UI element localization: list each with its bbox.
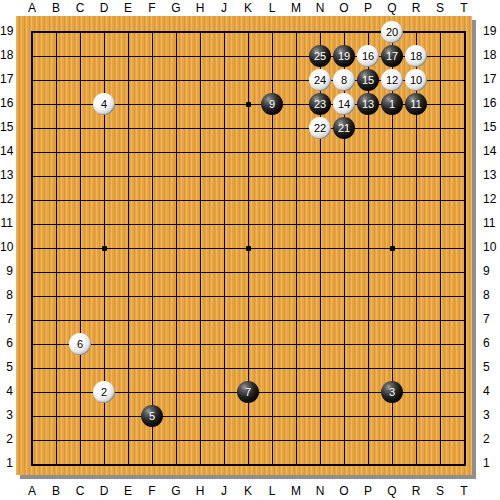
white-stone-N17[interactable]: 24 xyxy=(309,69,331,91)
intersection-T16[interactable] xyxy=(452,92,472,116)
intersection-P8[interactable] xyxy=(356,284,380,308)
intersection-E7[interactable] xyxy=(116,308,140,332)
intersection-T7[interactable] xyxy=(452,308,472,332)
intersection-K17[interactable] xyxy=(236,68,260,92)
intersection-R6[interactable] xyxy=(404,332,428,356)
intersection-G6[interactable] xyxy=(164,332,188,356)
intersection-P15[interactable] xyxy=(356,116,380,140)
intersection-G13[interactable] xyxy=(164,164,188,188)
intersection-G19[interactable] xyxy=(164,20,188,44)
intersection-F14[interactable] xyxy=(140,140,164,164)
intersection-D17[interactable] xyxy=(92,68,116,92)
intersection-F5[interactable] xyxy=(140,356,164,380)
intersection-Q11[interactable] xyxy=(380,212,404,236)
intersection-D6[interactable] xyxy=(92,332,116,356)
intersection-G2[interactable] xyxy=(164,428,188,452)
intersection-F18[interactable] xyxy=(140,44,164,68)
intersection-L3[interactable] xyxy=(260,404,284,428)
intersection-H17[interactable] xyxy=(188,68,212,92)
intersection-E15[interactable] xyxy=(116,116,140,140)
intersection-S15[interactable] xyxy=(428,116,452,140)
intersection-R9[interactable] xyxy=(404,260,428,284)
intersection-K11[interactable] xyxy=(236,212,260,236)
intersection-N19[interactable] xyxy=(308,20,332,44)
intersection-A2[interactable] xyxy=(20,428,44,452)
intersection-P12[interactable] xyxy=(356,188,380,212)
intersection-L13[interactable] xyxy=(260,164,284,188)
intersection-A9[interactable] xyxy=(20,260,44,284)
intersection-Q10[interactable] xyxy=(380,236,404,260)
intersection-K7[interactable] xyxy=(236,308,260,332)
intersection-O18[interactable]: 19 xyxy=(332,44,356,68)
intersection-P13[interactable] xyxy=(356,164,380,188)
intersection-K19[interactable] xyxy=(236,20,260,44)
intersection-K13[interactable] xyxy=(236,164,260,188)
intersection-E18[interactable] xyxy=(116,44,140,68)
intersection-R11[interactable] xyxy=(404,212,428,236)
intersection-N17[interactable]: 24 xyxy=(308,68,332,92)
intersection-D11[interactable] xyxy=(92,212,116,236)
intersection-M5[interactable] xyxy=(284,356,308,380)
intersection-H9[interactable] xyxy=(188,260,212,284)
intersection-M14[interactable] xyxy=(284,140,308,164)
intersection-A1[interactable] xyxy=(20,452,44,475)
intersection-P17[interactable]: 15 xyxy=(356,68,380,92)
intersection-F16[interactable] xyxy=(140,92,164,116)
intersection-F1[interactable] xyxy=(140,452,164,475)
intersection-T18[interactable] xyxy=(452,44,472,68)
intersection-F6[interactable] xyxy=(140,332,164,356)
intersection-O14[interactable] xyxy=(332,140,356,164)
intersection-M16[interactable] xyxy=(284,92,308,116)
intersection-P10[interactable] xyxy=(356,236,380,260)
intersection-G16[interactable] xyxy=(164,92,188,116)
intersection-E12[interactable] xyxy=(116,188,140,212)
intersection-D14[interactable] xyxy=(92,140,116,164)
intersection-E9[interactable] xyxy=(116,260,140,284)
intersection-B16[interactable] xyxy=(44,92,68,116)
intersection-R1[interactable] xyxy=(404,452,428,475)
intersection-R7[interactable] xyxy=(404,308,428,332)
intersection-H2[interactable] xyxy=(188,428,212,452)
intersection-R12[interactable] xyxy=(404,188,428,212)
intersection-C8[interactable] xyxy=(68,284,92,308)
intersection-L15[interactable] xyxy=(260,116,284,140)
intersection-R4[interactable] xyxy=(404,380,428,404)
intersection-A3[interactable] xyxy=(20,404,44,428)
intersection-B1[interactable] xyxy=(44,452,68,475)
intersection-H1[interactable] xyxy=(188,452,212,475)
intersection-O13[interactable] xyxy=(332,164,356,188)
intersection-H16[interactable] xyxy=(188,92,212,116)
intersection-Q4[interactable]: 3 xyxy=(380,380,404,404)
intersection-P19[interactable] xyxy=(356,20,380,44)
intersection-S8[interactable] xyxy=(428,284,452,308)
intersection-S14[interactable] xyxy=(428,140,452,164)
intersection-B11[interactable] xyxy=(44,212,68,236)
intersection-A18[interactable] xyxy=(20,44,44,68)
intersection-G3[interactable] xyxy=(164,404,188,428)
intersection-N13[interactable] xyxy=(308,164,332,188)
intersection-H11[interactable] xyxy=(188,212,212,236)
intersection-R14[interactable] xyxy=(404,140,428,164)
intersection-Q9[interactable] xyxy=(380,260,404,284)
intersection-D5[interactable] xyxy=(92,356,116,380)
intersection-D18[interactable] xyxy=(92,44,116,68)
intersection-E17[interactable] xyxy=(116,68,140,92)
black-stone-Q18[interactable]: 17 xyxy=(381,45,403,67)
intersection-H13[interactable] xyxy=(188,164,212,188)
intersection-C17[interactable] xyxy=(68,68,92,92)
intersection-F15[interactable] xyxy=(140,116,164,140)
intersection-F8[interactable] xyxy=(140,284,164,308)
intersection-N5[interactable] xyxy=(308,356,332,380)
intersection-A13[interactable] xyxy=(20,164,44,188)
intersection-E8[interactable] xyxy=(116,284,140,308)
intersection-S11[interactable] xyxy=(428,212,452,236)
intersection-D2[interactable] xyxy=(92,428,116,452)
intersection-D13[interactable] xyxy=(92,164,116,188)
intersection-S16[interactable] xyxy=(428,92,452,116)
intersection-L7[interactable] xyxy=(260,308,284,332)
white-stone-C6[interactable]: 6 xyxy=(69,333,91,355)
intersection-B6[interactable] xyxy=(44,332,68,356)
intersection-D1[interactable] xyxy=(92,452,116,475)
intersection-R17[interactable]: 10 xyxy=(404,68,428,92)
intersection-N12[interactable] xyxy=(308,188,332,212)
intersection-E10[interactable] xyxy=(116,236,140,260)
black-stone-P17[interactable]: 15 xyxy=(357,69,379,91)
intersection-M13[interactable] xyxy=(284,164,308,188)
intersection-S19[interactable] xyxy=(428,20,452,44)
intersection-E2[interactable] xyxy=(116,428,140,452)
intersection-D12[interactable] xyxy=(92,188,116,212)
intersection-O9[interactable] xyxy=(332,260,356,284)
white-stone-D16[interactable]: 4 xyxy=(93,93,115,115)
intersection-G15[interactable] xyxy=(164,116,188,140)
intersection-B18[interactable] xyxy=(44,44,68,68)
intersection-N14[interactable] xyxy=(308,140,332,164)
intersection-G1[interactable] xyxy=(164,452,188,475)
intersection-T4[interactable] xyxy=(452,380,472,404)
intersection-A19[interactable] xyxy=(20,20,44,44)
intersection-M8[interactable] xyxy=(284,284,308,308)
intersection-O3[interactable] xyxy=(332,404,356,428)
intersection-Q14[interactable] xyxy=(380,140,404,164)
intersection-P7[interactable] xyxy=(356,308,380,332)
intersection-Q18[interactable]: 17 xyxy=(380,44,404,68)
intersection-A11[interactable] xyxy=(20,212,44,236)
intersection-S1[interactable] xyxy=(428,452,452,475)
intersection-F10[interactable] xyxy=(140,236,164,260)
intersection-S3[interactable] xyxy=(428,404,452,428)
intersection-H6[interactable] xyxy=(188,332,212,356)
intersection-K4[interactable]: 7 xyxy=(236,380,260,404)
intersection-R8[interactable] xyxy=(404,284,428,308)
intersection-A16[interactable] xyxy=(20,92,44,116)
intersection-O12[interactable] xyxy=(332,188,356,212)
intersection-G9[interactable] xyxy=(164,260,188,284)
intersection-M3[interactable] xyxy=(284,404,308,428)
intersection-E14[interactable] xyxy=(116,140,140,164)
intersection-K16[interactable] xyxy=(236,92,260,116)
intersection-K18[interactable] xyxy=(236,44,260,68)
intersection-Q6[interactable] xyxy=(380,332,404,356)
intersection-B8[interactable] xyxy=(44,284,68,308)
intersection-H7[interactable] xyxy=(188,308,212,332)
intersection-R19[interactable] xyxy=(404,20,428,44)
intersection-R15[interactable] xyxy=(404,116,428,140)
intersection-L6[interactable] xyxy=(260,332,284,356)
intersection-S13[interactable] xyxy=(428,164,452,188)
intersection-A5[interactable] xyxy=(20,356,44,380)
intersection-B9[interactable] xyxy=(44,260,68,284)
intersection-M10[interactable] xyxy=(284,236,308,260)
intersection-Q15[interactable] xyxy=(380,116,404,140)
intersection-P2[interactable] xyxy=(356,428,380,452)
intersection-J2[interactable] xyxy=(212,428,236,452)
intersection-J6[interactable] xyxy=(212,332,236,356)
intersection-O8[interactable] xyxy=(332,284,356,308)
intersection-S2[interactable] xyxy=(428,428,452,452)
intersection-D15[interactable] xyxy=(92,116,116,140)
intersection-K3[interactable] xyxy=(236,404,260,428)
intersection-B17[interactable] xyxy=(44,68,68,92)
intersection-J1[interactable] xyxy=(212,452,236,475)
intersection-O6[interactable] xyxy=(332,332,356,356)
intersection-C19[interactable] xyxy=(68,20,92,44)
intersection-C11[interactable] xyxy=(68,212,92,236)
intersection-P1[interactable] xyxy=(356,452,380,475)
intersection-E11[interactable] xyxy=(116,212,140,236)
intersection-R5[interactable] xyxy=(404,356,428,380)
intersection-S12[interactable] xyxy=(428,188,452,212)
intersection-S9[interactable] xyxy=(428,260,452,284)
intersection-L8[interactable] xyxy=(260,284,284,308)
black-stone-Q4[interactable]: 3 xyxy=(381,381,403,403)
intersection-O5[interactable] xyxy=(332,356,356,380)
intersection-N16[interactable]: 23 xyxy=(308,92,332,116)
intersection-D8[interactable] xyxy=(92,284,116,308)
intersection-C4[interactable] xyxy=(68,380,92,404)
intersection-L14[interactable] xyxy=(260,140,284,164)
intersection-R2[interactable] xyxy=(404,428,428,452)
intersection-A8[interactable] xyxy=(20,284,44,308)
intersection-O19[interactable] xyxy=(332,20,356,44)
intersection-A17[interactable] xyxy=(20,68,44,92)
intersection-B14[interactable] xyxy=(44,140,68,164)
intersection-J13[interactable] xyxy=(212,164,236,188)
intersection-C2[interactable] xyxy=(68,428,92,452)
intersection-C5[interactable] xyxy=(68,356,92,380)
black-stone-N18[interactable]: 25 xyxy=(309,45,331,67)
intersection-B13[interactable] xyxy=(44,164,68,188)
intersection-N4[interactable] xyxy=(308,380,332,404)
intersection-G4[interactable] xyxy=(164,380,188,404)
intersection-G17[interactable] xyxy=(164,68,188,92)
intersection-H12[interactable] xyxy=(188,188,212,212)
intersection-D9[interactable] xyxy=(92,260,116,284)
white-stone-N15[interactable]: 22 xyxy=(309,117,331,139)
intersection-Q7[interactable] xyxy=(380,308,404,332)
intersection-L2[interactable] xyxy=(260,428,284,452)
intersection-O10[interactable] xyxy=(332,236,356,260)
intersection-K5[interactable] xyxy=(236,356,260,380)
intersection-C6[interactable]: 6 xyxy=(68,332,92,356)
intersection-J14[interactable] xyxy=(212,140,236,164)
intersection-L18[interactable] xyxy=(260,44,284,68)
intersection-T10[interactable] xyxy=(452,236,472,260)
intersection-A4[interactable] xyxy=(20,380,44,404)
intersection-Q3[interactable] xyxy=(380,404,404,428)
intersection-C9[interactable] xyxy=(68,260,92,284)
intersection-J3[interactable] xyxy=(212,404,236,428)
black-stone-Q16[interactable]: 1 xyxy=(381,93,403,115)
intersection-S5[interactable] xyxy=(428,356,452,380)
intersection-B10[interactable] xyxy=(44,236,68,260)
intersection-F7[interactable] xyxy=(140,308,164,332)
intersection-F11[interactable] xyxy=(140,212,164,236)
intersection-C14[interactable] xyxy=(68,140,92,164)
intersection-J12[interactable] xyxy=(212,188,236,212)
intersection-P4[interactable] xyxy=(356,380,380,404)
intersection-B4[interactable] xyxy=(44,380,68,404)
intersection-T5[interactable] xyxy=(452,356,472,380)
black-stone-P16[interactable]: 13 xyxy=(357,93,379,115)
intersection-M17[interactable] xyxy=(284,68,308,92)
intersection-T15[interactable] xyxy=(452,116,472,140)
intersection-D16[interactable]: 4 xyxy=(92,92,116,116)
intersection-Q1[interactable] xyxy=(380,452,404,475)
intersection-E19[interactable] xyxy=(116,20,140,44)
intersection-J5[interactable] xyxy=(212,356,236,380)
intersection-J16[interactable] xyxy=(212,92,236,116)
intersection-C12[interactable] xyxy=(68,188,92,212)
intersection-M9[interactable] xyxy=(284,260,308,284)
intersection-Q5[interactable] xyxy=(380,356,404,380)
intersection-J11[interactable] xyxy=(212,212,236,236)
intersection-R13[interactable] xyxy=(404,164,428,188)
intersection-C13[interactable] xyxy=(68,164,92,188)
intersection-O16[interactable]: 14 xyxy=(332,92,356,116)
intersection-J4[interactable] xyxy=(212,380,236,404)
intersection-T2[interactable] xyxy=(452,428,472,452)
intersection-M2[interactable] xyxy=(284,428,308,452)
intersection-Q19[interactable]: 20 xyxy=(380,20,404,44)
intersection-L4[interactable] xyxy=(260,380,284,404)
intersection-T3[interactable] xyxy=(452,404,472,428)
white-stone-Q17[interactable]: 12 xyxy=(381,69,403,91)
intersection-E13[interactable] xyxy=(116,164,140,188)
intersection-H15[interactable] xyxy=(188,116,212,140)
intersection-M18[interactable] xyxy=(284,44,308,68)
intersection-C15[interactable] xyxy=(68,116,92,140)
intersection-S6[interactable] xyxy=(428,332,452,356)
intersection-B7[interactable] xyxy=(44,308,68,332)
intersection-P3[interactable] xyxy=(356,404,380,428)
intersection-M6[interactable] xyxy=(284,332,308,356)
intersection-F12[interactable] xyxy=(140,188,164,212)
white-stone-R18[interactable]: 18 xyxy=(405,45,427,67)
intersection-J17[interactable] xyxy=(212,68,236,92)
intersection-A7[interactable] xyxy=(20,308,44,332)
intersection-N3[interactable] xyxy=(308,404,332,428)
intersection-N18[interactable]: 25 xyxy=(308,44,332,68)
intersection-G8[interactable] xyxy=(164,284,188,308)
black-stone-O15[interactable]: 21 xyxy=(333,117,355,139)
intersection-H18[interactable] xyxy=(188,44,212,68)
intersection-J8[interactable] xyxy=(212,284,236,308)
intersection-N9[interactable] xyxy=(308,260,332,284)
black-stone-L16[interactable]: 9 xyxy=(261,93,283,115)
black-stone-K4[interactable]: 7 xyxy=(237,381,259,403)
intersection-P5[interactable] xyxy=(356,356,380,380)
intersection-M1[interactable] xyxy=(284,452,308,475)
intersection-L1[interactable] xyxy=(260,452,284,475)
black-stone-F3[interactable]: 5 xyxy=(141,405,163,427)
intersection-T6[interactable] xyxy=(452,332,472,356)
intersection-Q8[interactable] xyxy=(380,284,404,308)
intersection-B19[interactable] xyxy=(44,20,68,44)
intersection-O1[interactable] xyxy=(332,452,356,475)
intersection-K14[interactable] xyxy=(236,140,260,164)
intersection-E6[interactable] xyxy=(116,332,140,356)
intersection-S17[interactable] xyxy=(428,68,452,92)
intersection-L9[interactable] xyxy=(260,260,284,284)
intersection-M15[interactable] xyxy=(284,116,308,140)
intersection-L17[interactable] xyxy=(260,68,284,92)
intersection-K6[interactable] xyxy=(236,332,260,356)
intersection-Q16[interactable]: 1 xyxy=(380,92,404,116)
intersection-Q2[interactable] xyxy=(380,428,404,452)
intersection-G18[interactable] xyxy=(164,44,188,68)
intersection-C7[interactable] xyxy=(68,308,92,332)
intersection-N10[interactable] xyxy=(308,236,332,260)
intersection-A10[interactable] xyxy=(20,236,44,260)
intersection-A12[interactable] xyxy=(20,188,44,212)
intersection-C3[interactable] xyxy=(68,404,92,428)
intersection-K15[interactable] xyxy=(236,116,260,140)
intersection-P16[interactable]: 13 xyxy=(356,92,380,116)
intersection-E4[interactable] xyxy=(116,380,140,404)
intersection-G7[interactable] xyxy=(164,308,188,332)
intersection-C1[interactable] xyxy=(68,452,92,475)
intersection-Q12[interactable] xyxy=(380,188,404,212)
intersection-F4[interactable] xyxy=(140,380,164,404)
intersection-F19[interactable] xyxy=(140,20,164,44)
intersection-N7[interactable] xyxy=(308,308,332,332)
intersection-L12[interactable] xyxy=(260,188,284,212)
intersection-N15[interactable]: 22 xyxy=(308,116,332,140)
intersection-Q13[interactable] xyxy=(380,164,404,188)
intersection-D3[interactable] xyxy=(92,404,116,428)
white-stone-O16[interactable]: 14 xyxy=(333,93,355,115)
intersection-H4[interactable] xyxy=(188,380,212,404)
intersection-O2[interactable] xyxy=(332,428,356,452)
intersection-L16[interactable]: 9 xyxy=(260,92,284,116)
intersection-H19[interactable] xyxy=(188,20,212,44)
intersection-T13[interactable] xyxy=(452,164,472,188)
intersection-R10[interactable] xyxy=(404,236,428,260)
intersection-K1[interactable] xyxy=(236,452,260,475)
intersection-P6[interactable] xyxy=(356,332,380,356)
intersection-P14[interactable] xyxy=(356,140,380,164)
intersection-N2[interactable] xyxy=(308,428,332,452)
intersection-H3[interactable] xyxy=(188,404,212,428)
intersection-G5[interactable] xyxy=(164,356,188,380)
intersection-N11[interactable] xyxy=(308,212,332,236)
intersection-J15[interactable] xyxy=(212,116,236,140)
